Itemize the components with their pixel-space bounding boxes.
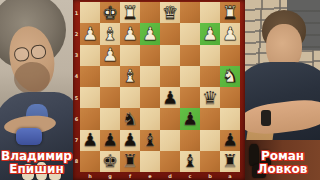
- square-f5: [120, 87, 140, 108]
- square-h3: [80, 45, 100, 66]
- white-pawn-piece: ♟: [202, 25, 218, 43]
- black-bishop-piece: ♝: [182, 152, 198, 170]
- square-b8: [200, 151, 220, 172]
- right-player-name: Роман Ловков: [245, 150, 320, 176]
- white-queen-piece: ♛: [162, 4, 178, 22]
- left-player-watch: [16, 128, 42, 145]
- square-f4: ♝: [120, 66, 140, 87]
- left-player-last-name: Епишин: [0, 163, 73, 176]
- square-f3: [120, 45, 140, 66]
- white-bishop-piece: ♝: [122, 67, 138, 85]
- square-c5: [180, 87, 200, 108]
- square-h6: [80, 108, 100, 129]
- square-e7: ♝: [140, 130, 160, 151]
- square-e6: [140, 108, 160, 129]
- file-label-h: h: [80, 172, 100, 180]
- file-labels: hgfedcba: [80, 172, 240, 180]
- square-g2: ♝: [100, 23, 120, 44]
- square-d2: [160, 23, 180, 44]
- square-h5: [80, 87, 100, 108]
- square-g8: ♚: [100, 151, 120, 172]
- left-player-photo: Владимир Епишин: [0, 0, 73, 180]
- square-f7: ♟: [120, 130, 140, 151]
- white-bishop-piece: ♝: [102, 25, 118, 43]
- square-c8: ♝: [180, 151, 200, 172]
- file-label-g: g: [100, 172, 120, 180]
- square-b3: [200, 45, 220, 66]
- square-a5: [220, 87, 240, 108]
- black-pawn-piece: ♟: [122, 131, 138, 149]
- square-a2: ♟: [220, 23, 240, 44]
- right-player-last-name: Ловков: [245, 163, 320, 176]
- white-rook-piece: ♜: [122, 4, 138, 22]
- white-pawn-piece: ♟: [142, 25, 158, 43]
- white-pawn-piece: ♟: [102, 46, 118, 64]
- square-c6: ♟: [180, 108, 200, 129]
- video-frame: Владимир Епишин 12345678 hgfedcba ♚♜♛♜♟♝…: [0, 0, 320, 180]
- board-squares: ♚♜♛♜♟♝♟♟♟♟♟♝♞♟♛♞♟♟♟♟♝♟♚♜♝♜: [80, 2, 240, 172]
- square-b7: [200, 130, 220, 151]
- black-pawn-piece: ♟: [182, 110, 198, 128]
- file-label-d: d: [160, 172, 180, 180]
- square-a6: [220, 108, 240, 129]
- black-king-piece: ♚: [102, 152, 118, 170]
- black-knight-piece: ♞: [122, 110, 138, 128]
- file-label-c: c: [180, 172, 200, 180]
- square-h1: [80, 2, 100, 23]
- square-h4: [80, 66, 100, 87]
- square-a8: ♜: [220, 151, 240, 172]
- rank-label-6: 6: [73, 108, 80, 129]
- left-player-name: Владимир Епишин: [0, 150, 73, 176]
- square-f2: ♟: [120, 23, 140, 44]
- square-c3: [180, 45, 200, 66]
- square-g4: [100, 66, 120, 87]
- file-label-e: e: [140, 172, 160, 180]
- square-e3: [140, 45, 160, 66]
- square-a3: [220, 45, 240, 66]
- square-e8: [140, 151, 160, 172]
- black-pawn-piece: ♟: [162, 89, 178, 107]
- square-g1: ♚: [100, 2, 120, 23]
- black-pawn-piece: ♟: [222, 131, 238, 149]
- square-b4: [200, 66, 220, 87]
- square-c7: [180, 130, 200, 151]
- white-pawn-piece: ♟: [122, 25, 138, 43]
- white-pawn-piece: ♟: [222, 25, 238, 43]
- rank-label-2: 2: [73, 23, 80, 44]
- file-label-b: b: [200, 172, 220, 180]
- square-c2: [180, 23, 200, 44]
- square-e4: [140, 66, 160, 87]
- square-c4: [180, 66, 200, 87]
- square-h2: ♟: [80, 23, 100, 44]
- square-h7: ♟: [80, 130, 100, 151]
- white-rook-piece: ♜: [222, 4, 238, 22]
- square-g5: [100, 87, 120, 108]
- square-d6: [160, 108, 180, 129]
- rank-label-4: 4: [73, 66, 80, 87]
- square-d1: ♛: [160, 2, 180, 23]
- square-h8: [80, 151, 100, 172]
- black-queen-piece: ♛: [202, 89, 218, 107]
- white-pawn-piece: ♟: [82, 25, 98, 43]
- square-a1: ♜: [220, 2, 240, 23]
- rank-label-7: 7: [73, 130, 80, 151]
- rank-label-5: 5: [73, 87, 80, 108]
- square-e2: ♟: [140, 23, 160, 44]
- square-b1: [200, 2, 220, 23]
- right-player-watch: [261, 110, 271, 126]
- square-g6: [100, 108, 120, 129]
- square-d5: ♟: [160, 87, 180, 108]
- square-c1: [180, 2, 200, 23]
- square-d7: [160, 130, 180, 151]
- black-bishop-piece: ♝: [142, 131, 158, 149]
- black-pawn-piece: ♟: [102, 131, 118, 149]
- file-label-f: f: [120, 172, 140, 180]
- black-pawn-piece: ♟: [82, 131, 98, 149]
- square-f8: ♜: [120, 151, 140, 172]
- right-player-photo: Роман Ловков: [245, 0, 320, 180]
- rank-labels: 12345678: [73, 2, 80, 172]
- rank-label-1: 1: [73, 2, 80, 23]
- square-f6: ♞: [120, 108, 140, 129]
- square-b6: [200, 108, 220, 129]
- rank-label-3: 3: [73, 45, 80, 66]
- file-label-a: a: [220, 172, 240, 180]
- square-g3: ♟: [100, 45, 120, 66]
- square-d4: [160, 66, 180, 87]
- square-e1: [140, 2, 160, 23]
- black-rook-piece: ♜: [222, 152, 238, 170]
- square-e5: [140, 87, 160, 108]
- square-f1: ♜: [120, 2, 140, 23]
- black-rook-piece: ♜: [122, 152, 138, 170]
- square-a4: ♞: [220, 66, 240, 87]
- white-king-piece: ♚: [102, 4, 118, 22]
- chess-board: 12345678 hgfedcba ♚♜♛♜♟♝♟♟♟♟♟♝♞♟♛♞♟♟♟♟♝♟…: [73, 0, 245, 180]
- square-b2: ♟: [200, 23, 220, 44]
- square-b5: ♛: [200, 87, 220, 108]
- square-g7: ♟: [100, 130, 120, 151]
- square-d3: [160, 45, 180, 66]
- white-knight-piece: ♞: [222, 67, 238, 85]
- square-a7: ♟: [220, 130, 240, 151]
- rank-label-8: 8: [73, 151, 80, 172]
- square-d8: [160, 151, 180, 172]
